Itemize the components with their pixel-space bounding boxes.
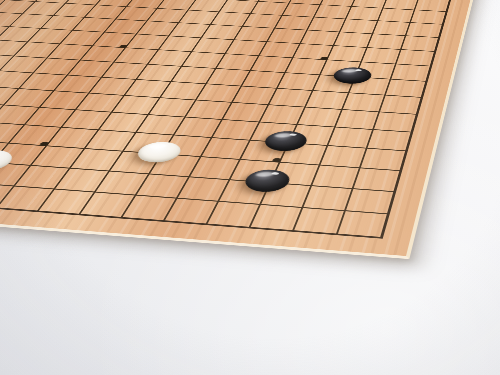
- board-cell: [352, 167, 400, 191]
- photo-scene: [0, 0, 500, 375]
- board-cell: [359, 148, 405, 170]
- stone-glint: [289, 133, 296, 136]
- go-board: [0, 0, 486, 259]
- board-grid: [0, 0, 464, 239]
- board-cell: [319, 145, 366, 167]
- stone-glint: [355, 69, 362, 71]
- stone-glint: [271, 172, 279, 175]
- board-cell: [344, 188, 393, 213]
- stone-highlight: [149, 143, 167, 148]
- board-cell: [336, 210, 387, 237]
